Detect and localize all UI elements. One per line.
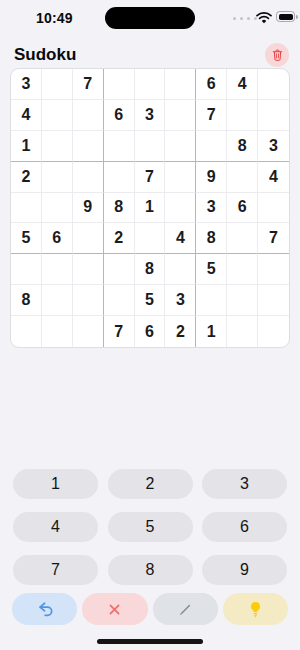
cell-r3c1[interactable]: 1: [11, 131, 42, 162]
cell-r1c8[interactable]: 4: [227, 69, 258, 100]
page-title: Sudoku: [14, 45, 76, 65]
cell-r8c2[interactable]: [42, 285, 73, 316]
pencil-icon: [177, 601, 194, 618]
cell-r9c3[interactable]: [73, 316, 104, 347]
cell-r9c8[interactable]: [227, 316, 258, 347]
cell-r6c4[interactable]: 2: [104, 223, 135, 254]
numpad-button-3[interactable]: 3: [202, 469, 287, 499]
numpad-button-7[interactable]: 7: [13, 555, 98, 585]
cell-r6c2[interactable]: 6: [42, 223, 73, 254]
cell-r8c9[interactable]: [258, 285, 289, 316]
cell-r1c1[interactable]: 3: [11, 69, 42, 100]
cell-r8c4[interactable]: [104, 285, 135, 316]
cell-r9c2[interactable]: [42, 316, 73, 347]
lightbulb-icon: [247, 600, 264, 619]
cell-r8c1[interactable]: 8: [11, 285, 42, 316]
numpad-button-2[interactable]: 2: [108, 469, 193, 499]
cell-r7c8[interactable]: [227, 254, 258, 285]
status-bar: 10:49: [0, 0, 300, 35]
wifi-icon: [256, 10, 272, 28]
cell-r2c7[interactable]: 7: [196, 100, 227, 131]
trash-icon: [271, 48, 284, 62]
undo-icon: [36, 601, 54, 618]
cell-r7c6[interactable]: [165, 254, 196, 285]
cell-r3c8[interactable]: 8: [227, 131, 258, 162]
cell-r5c8[interactable]: 6: [227, 193, 258, 224]
cell-r5c2[interactable]: [42, 193, 73, 224]
cell-r4c8[interactable]: [227, 162, 258, 193]
clock: 10:49: [36, 10, 73, 26]
cell-r4c4[interactable]: [104, 162, 135, 193]
cell-r9c6[interactable]: 2: [165, 316, 196, 347]
cell-r6c6[interactable]: 4: [165, 223, 196, 254]
cell-r1c3[interactable]: 7: [73, 69, 104, 100]
cell-r4c7[interactable]: 9: [196, 162, 227, 193]
cell-r1c4[interactable]: [104, 69, 135, 100]
cell-r3c7[interactable]: [196, 131, 227, 162]
cell-r3c3[interactable]: [73, 131, 104, 162]
dynamic-island: [105, 7, 195, 29]
cell-r5c7[interactable]: 3: [196, 193, 227, 224]
cell-r6c5[interactable]: [135, 223, 166, 254]
battery-icon: [276, 11, 295, 22]
cell-r1c6[interactable]: [165, 69, 196, 100]
numpad-button-1[interactable]: 1: [13, 469, 98, 499]
cell-r2c4[interactable]: 6: [104, 100, 135, 131]
cell-r8c6[interactable]: 3: [165, 285, 196, 316]
cell-r7c5[interactable]: 8: [135, 254, 166, 285]
hint-button[interactable]: [223, 593, 288, 625]
cell-r4c2[interactable]: [42, 162, 73, 193]
cell-r6c8[interactable]: [227, 223, 258, 254]
cell-r2c5[interactable]: 3: [135, 100, 166, 131]
pencil-button[interactable]: [153, 593, 218, 625]
cell-r4c1[interactable]: 2: [11, 162, 42, 193]
cell-r7c3[interactable]: [73, 254, 104, 285]
cell-r6c3[interactable]: [73, 223, 104, 254]
cell-r2c6[interactable]: [165, 100, 196, 131]
cell-r9c4[interactable]: 7: [104, 316, 135, 347]
cell-r8c7[interactable]: [196, 285, 227, 316]
cell-r5c6[interactable]: [165, 193, 196, 224]
cell-r5c5[interactable]: 1: [135, 193, 166, 224]
cell-r1c5[interactable]: [135, 69, 166, 100]
cell-r1c7[interactable]: 6: [196, 69, 227, 100]
cell-r4c5[interactable]: 7: [135, 162, 166, 193]
cellular-signal-icon: [233, 17, 257, 20]
numpad-button-5[interactable]: 5: [108, 512, 193, 542]
cell-r3c6[interactable]: [165, 131, 196, 162]
cell-r5c3[interactable]: 9: [73, 193, 104, 224]
cell-r2c3[interactable]: [73, 100, 104, 131]
cell-r3c4[interactable]: [104, 131, 135, 162]
cell-r7c7[interactable]: 5: [196, 254, 227, 285]
numpad: 123456789: [13, 469, 287, 585]
cell-r9c5[interactable]: 6: [135, 316, 166, 347]
undo-button[interactable]: [12, 593, 77, 625]
cell-r8c3[interactable]: [73, 285, 104, 316]
cell-r6c1[interactable]: 5: [11, 223, 42, 254]
numpad-button-8[interactable]: 8: [108, 555, 193, 585]
cell-r7c9[interactable]: [258, 254, 289, 285]
sudoku-board: 37644637183279498136562487858537621: [10, 68, 290, 348]
x-icon: [107, 602, 122, 617]
action-bar: [12, 593, 288, 625]
cell-r1c9[interactable]: [258, 69, 289, 100]
cell-r2c8[interactable]: [227, 100, 258, 131]
cell-r9c9[interactable]: [258, 316, 289, 347]
numpad-button-4[interactable]: 4: [13, 512, 98, 542]
cell-r9c7[interactable]: 1: [196, 316, 227, 347]
cell-r4c3[interactable]: [73, 162, 104, 193]
cell-r8c5[interactable]: 5: [135, 285, 166, 316]
cell-r4c6[interactable]: [165, 162, 196, 193]
app-screen: 10:49 Sudoku: [0, 0, 300, 650]
delete-board-button[interactable]: [265, 43, 289, 67]
cell-r6c9[interactable]: 7: [258, 223, 289, 254]
cell-r2c9[interactable]: [258, 100, 289, 131]
cell-r3c9[interactable]: 3: [258, 131, 289, 162]
header: Sudoku: [0, 42, 300, 68]
cell-r5c1[interactable]: [11, 193, 42, 224]
cell-r3c5[interactable]: [135, 131, 166, 162]
cell-r4c9[interactable]: 4: [258, 162, 289, 193]
cell-r6c7[interactable]: 8: [196, 223, 227, 254]
cell-r7c4[interactable]: [104, 254, 135, 285]
cell-r2c1[interactable]: 4: [11, 100, 42, 131]
cell-r5c4[interactable]: 8: [104, 193, 135, 224]
cell-r9c1[interactable]: [11, 316, 42, 347]
cell-r1c2[interactable]: [42, 69, 73, 100]
cell-r7c1[interactable]: [11, 254, 42, 285]
clear-button[interactable]: [82, 593, 147, 625]
cell-r3c2[interactable]: [42, 131, 73, 162]
cell-r2c2[interactable]: [42, 100, 73, 131]
numpad-button-9[interactable]: 9: [202, 555, 287, 585]
cell-r7c2[interactable]: [42, 254, 73, 285]
numpad-button-6[interactable]: 6: [202, 512, 287, 542]
cell-r5c9[interactable]: [258, 193, 289, 224]
home-indicator: [97, 639, 203, 644]
cell-r8c8[interactable]: [227, 285, 258, 316]
